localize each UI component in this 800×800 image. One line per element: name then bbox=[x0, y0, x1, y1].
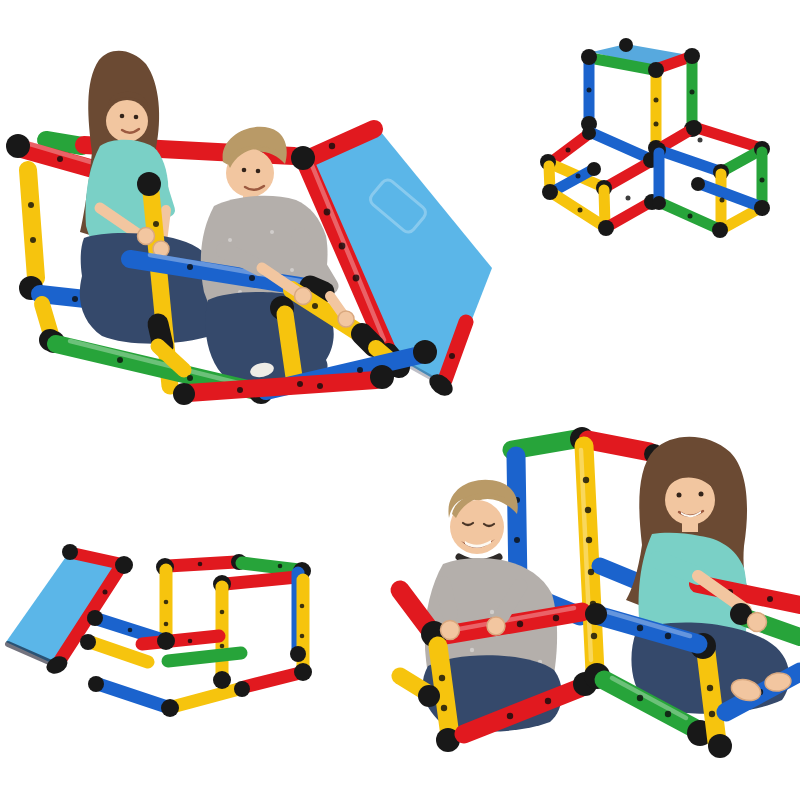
product-collage bbox=[0, 0, 800, 800]
girl-left-hand bbox=[138, 228, 155, 245]
scene-top-left bbox=[6, 51, 492, 405]
boy-right-hand bbox=[487, 617, 505, 635]
girl-left-face bbox=[106, 100, 148, 142]
scene-bottom-left bbox=[6, 544, 312, 717]
slide-hook-cap bbox=[291, 146, 315, 170]
girl-right-hand bbox=[748, 613, 767, 632]
scene-top-right bbox=[540, 38, 770, 238]
scene-bottom-right bbox=[400, 427, 800, 758]
boy-right-hand bbox=[441, 621, 460, 640]
collage-canvas bbox=[0, 0, 800, 800]
tower-tubes bbox=[540, 38, 770, 238]
boy-left-hand bbox=[295, 288, 312, 305]
boy-left-hand bbox=[338, 311, 354, 327]
